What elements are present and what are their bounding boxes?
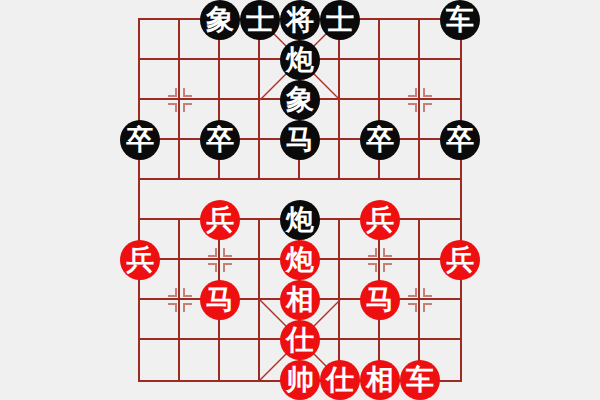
piece-glyph: 兵 xyxy=(126,246,154,274)
point-marker-bracket xyxy=(168,88,177,97)
piece-glyph: 车 xyxy=(446,6,474,34)
piece-black-advisor[interactable]: 士 xyxy=(320,0,360,40)
piece-black-elephant[interactable]: 象 xyxy=(280,80,320,120)
point-marker-bracket xyxy=(183,103,192,112)
point-marker-bracket xyxy=(368,263,377,272)
point-marker xyxy=(168,88,192,112)
point-marker-bracket xyxy=(383,263,392,272)
piece-red-elephant[interactable]: 相 xyxy=(360,360,400,400)
board-cell[interactable] xyxy=(140,180,180,220)
piece-black-elephant[interactable]: 象 xyxy=(200,0,240,40)
piece-glyph: 帅 xyxy=(286,366,314,394)
piece-black-pawn[interactable]: 卒 xyxy=(120,120,160,160)
point-marker-bracket xyxy=(223,248,232,257)
board-cell[interactable] xyxy=(380,20,420,60)
board-cell[interactable] xyxy=(180,340,220,380)
piece-glyph: 马 xyxy=(206,286,234,314)
piece-glyph: 卒 xyxy=(446,126,474,154)
piece-glyph: 兵 xyxy=(206,206,234,234)
point-marker xyxy=(168,288,192,312)
point-marker-bracket xyxy=(423,88,432,97)
point-marker-bracket xyxy=(168,303,177,312)
point-marker-bracket xyxy=(408,103,417,112)
piece-black-cannon[interactable]: 炮 xyxy=(280,200,320,240)
piece-glyph: 将 xyxy=(286,6,314,34)
piece-glyph: 象 xyxy=(206,6,234,34)
piece-red-elephant[interactable]: 相 xyxy=(280,280,320,320)
piece-glyph: 车 xyxy=(406,366,434,394)
piece-black-horse[interactable]: 马 xyxy=(280,120,320,160)
piece-glyph: 士 xyxy=(326,6,354,34)
xiangqi-board: 象士将士车炮象卒卒马卒卒炮兵兵兵炮兵马相马仕帅仕相车 xyxy=(138,18,462,382)
piece-red-king[interactable]: 帅 xyxy=(280,360,320,400)
piece-red-pawn[interactable]: 兵 xyxy=(200,200,240,240)
piece-black-pawn[interactable]: 卒 xyxy=(440,120,480,160)
piece-black-pawn[interactable]: 卒 xyxy=(360,120,400,160)
point-marker-bracket xyxy=(423,303,432,312)
piece-red-pawn[interactable]: 兵 xyxy=(360,200,400,240)
piece-glyph: 兵 xyxy=(446,246,474,274)
piece-glyph: 炮 xyxy=(286,46,314,74)
piece-black-cannon[interactable]: 炮 xyxy=(280,40,320,80)
piece-red-horse[interactable]: 马 xyxy=(360,280,400,320)
board-cell[interactable] xyxy=(420,180,460,220)
point-marker-bracket xyxy=(168,288,177,297)
board-cell[interactable] xyxy=(220,60,260,100)
piece-red-cannon[interactable]: 炮 xyxy=(280,240,320,280)
board-cell[interactable] xyxy=(340,60,380,100)
piece-glyph: 炮 xyxy=(286,206,314,234)
point-marker-bracket xyxy=(208,248,217,257)
piece-black-pawn[interactable]: 卒 xyxy=(200,120,240,160)
piece-black-king[interactable]: 将 xyxy=(280,0,320,40)
piece-glyph: 马 xyxy=(366,286,394,314)
board-cell[interactable] xyxy=(220,340,260,380)
point-marker-bracket xyxy=(208,263,217,272)
piece-glyph: 炮 xyxy=(286,246,314,274)
point-marker-bracket xyxy=(183,288,192,297)
piece-glyph: 象 xyxy=(286,86,314,114)
point-marker-bracket xyxy=(183,88,192,97)
point-marker-bracket xyxy=(423,103,432,112)
piece-red-advisor[interactable]: 仕 xyxy=(320,360,360,400)
point-marker xyxy=(408,88,432,112)
point-marker-bracket xyxy=(223,263,232,272)
point-marker-bracket xyxy=(168,103,177,112)
point-marker-bracket xyxy=(383,248,392,257)
piece-glyph: 卒 xyxy=(206,126,234,154)
piece-black-chariot[interactable]: 车 xyxy=(440,0,480,40)
point-marker xyxy=(408,288,432,312)
board-cell[interactable] xyxy=(140,20,180,60)
point-marker-bracket xyxy=(183,303,192,312)
piece-red-pawn[interactable]: 兵 xyxy=(440,240,480,280)
point-marker-bracket xyxy=(423,288,432,297)
point-marker-bracket xyxy=(368,248,377,257)
piece-red-chariot[interactable]: 车 xyxy=(400,360,440,400)
piece-glyph: 仕 xyxy=(286,326,314,354)
point-marker-bracket xyxy=(408,288,417,297)
piece-glyph: 仕 xyxy=(326,366,354,394)
piece-red-pawn[interactable]: 兵 xyxy=(120,240,160,280)
piece-glyph: 相 xyxy=(286,286,314,314)
board-cell[interactable] xyxy=(140,340,180,380)
piece-glyph: 兵 xyxy=(366,206,394,234)
piece-black-advisor[interactable]: 士 xyxy=(240,0,280,40)
point-marker-bracket xyxy=(408,303,417,312)
piece-red-advisor[interactable]: 仕 xyxy=(280,320,320,360)
piece-glyph: 马 xyxy=(286,126,314,154)
point-marker xyxy=(368,248,392,272)
piece-red-horse[interactable]: 马 xyxy=(200,280,240,320)
piece-glyph: 卒 xyxy=(366,126,394,154)
piece-glyph: 相 xyxy=(366,366,394,394)
point-marker xyxy=(208,248,232,272)
xiangqi-screenshot: 象士将士车炮象卒卒马卒卒炮兵兵兵炮兵马相马仕帅仕相车 xyxy=(0,0,600,400)
piece-glyph: 卒 xyxy=(126,126,154,154)
piece-glyph: 士 xyxy=(246,6,274,34)
point-marker-bracket xyxy=(408,88,417,97)
